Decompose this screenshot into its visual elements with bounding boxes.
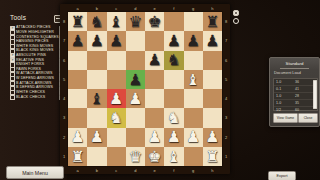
view-game-button[interactable]: View Game [273, 113, 298, 123]
square-h6[interactable] [203, 51, 222, 70]
document-load-dialog: Standard Document Load 1-0360-1411-0281-… [269, 57, 320, 127]
coord-label: 4 [60, 89, 68, 108]
coord-label: 8 [60, 12, 68, 31]
file-labels-bottom: abcdefgh [68, 166, 222, 174]
square-h2[interactable]: ♟ [203, 128, 222, 147]
piece-black-n: ♞ [167, 52, 181, 68]
piece-white-p: ♟ [186, 129, 200, 145]
square-c4[interactable]: ♟ [107, 89, 126, 108]
close-button[interactable]: Close [298, 113, 318, 123]
piece-white-p: ♟ [90, 129, 104, 145]
square-d7[interactable] [126, 31, 145, 50]
piece-black-p: ♟ [167, 33, 181, 49]
square-d3[interactable] [126, 108, 145, 127]
coord-label: g [184, 166, 203, 174]
square-a7[interactable]: ♟ [68, 31, 87, 50]
square-c5[interactable] [107, 70, 126, 89]
coord-label: 7 [60, 31, 68, 50]
square-b5[interactable] [87, 70, 106, 89]
piece-black-b: ♝ [90, 91, 104, 107]
piece-black-p: ♟ [148, 52, 162, 68]
square-c6[interactable] [107, 51, 126, 70]
square-g4[interactable] [184, 89, 203, 108]
item-result: 1-0 [276, 101, 281, 105]
piece-white-r: ♜ [71, 149, 85, 165]
square-b3[interactable] [87, 108, 106, 127]
item-result: 1-0 [276, 80, 281, 84]
square-c8[interactable]: ♝ [107, 12, 126, 31]
square-c3[interactable]: ♞ [107, 108, 126, 127]
square-g7[interactable]: ♟ [184, 31, 203, 50]
piece-white-q: ♛ [128, 149, 142, 165]
square-e5[interactable] [145, 70, 164, 89]
item-result: 1-0 [276, 94, 281, 98]
game-list-item-3[interactable]: 1-028 [274, 93, 317, 100]
tools-header: Tools [9, 14, 65, 24]
square-g3[interactable] [184, 108, 203, 127]
item-result: 1/2 [276, 108, 281, 112]
rank-labels-right: 87654321 [222, 12, 230, 166]
square-d1[interactable]: ♛ [126, 147, 145, 166]
square-d2[interactable] [126, 128, 145, 147]
square-f3[interactable]: ♞ [164, 108, 183, 127]
square-c7[interactable]: ♟ [107, 31, 126, 50]
piece-white-n: ♞ [109, 110, 123, 126]
coord-label: d [126, 4, 145, 12]
square-e4[interactable] [145, 89, 164, 108]
app-window: Tools ✕ATTACKED PIECESMOVE HIGHLIGHTERCO… [0, 0, 320, 180]
coord-label: 2 [222, 128, 230, 147]
game-list-item-1[interactable]: 1-036 [274, 79, 317, 86]
piece-black-p: ♟ [186, 33, 200, 49]
coord-label: b [87, 4, 106, 12]
piece-white-n: ♞ [167, 110, 181, 126]
coord-label: e [145, 166, 164, 174]
coord-label: 5 [222, 70, 230, 89]
square-a5[interactable] [68, 70, 87, 89]
square-h5[interactable] [203, 70, 222, 89]
rank-labels-left: 87654321 [60, 12, 68, 166]
piece-black-p: ♟ [109, 33, 123, 49]
square-a1[interactable]: ♜ [68, 147, 87, 166]
square-f6[interactable]: ♞ [164, 51, 183, 70]
item-moves: 36 [295, 80, 299, 84]
piece-white-k: ♚ [148, 149, 162, 165]
tool-toggle-list: ✕ATTACKED PIECESMOVE HIGHLIGHTERCONTESTE… [9, 25, 66, 99]
square-h3[interactable] [203, 108, 222, 127]
piece-white-p: ♟ [148, 129, 162, 145]
chess-board[interactable]: ♜♞♝♛♚♜♟♟♟♟♟♟♟♞♟♝♝♟♟♞♞♟♟♟♟♟♟♜♛♚♝♜ [68, 12, 222, 166]
square-e8[interactable]: ♚ [145, 12, 164, 31]
square-f1[interactable]: ♝ [164, 147, 183, 166]
dialog-divider [280, 68, 309, 69]
file-labels-top: abcdefgh [68, 4, 222, 12]
coord-label: b [87, 166, 106, 174]
camera-icon[interactable] [233, 10, 239, 16]
tools-title: Tools [10, 14, 26, 21]
square-d5[interactable]: ♟ [126, 70, 145, 89]
item-moves: 60 [295, 108, 299, 112]
coord-label: 8 [222, 12, 230, 31]
game-list-item-2[interactable]: 0-141 [274, 86, 317, 93]
square-d6[interactable] [126, 51, 145, 70]
square-f7[interactable]: ♟ [164, 31, 183, 50]
coord-label: g [184, 4, 203, 12]
dialog-title: Standard [270, 61, 319, 66]
square-f4[interactable] [164, 89, 183, 108]
square-f8[interactable] [164, 12, 183, 31]
square-g1[interactable] [184, 147, 203, 166]
game-list[interactable]: 1-0360-1411-0281-0351/260 [273, 78, 318, 111]
tool-black-checks[interactable]: BLACK CHECKS [9, 94, 66, 99]
square-b4[interactable]: ♝ [87, 89, 106, 108]
tools-panel: Tools ✕ATTACKED PIECESMOVE HIGHLIGHTERCO… [0, 0, 67, 180]
piece-black-p: ♟ [90, 33, 104, 49]
checkbox-black-checks[interactable] [10, 95, 15, 100]
coord-label: d [126, 166, 145, 174]
coord-label: f [164, 166, 183, 174]
scrollbar[interactable] [313, 80, 317, 110]
piece-black-r: ♜ [205, 14, 219, 30]
coord-label: a [68, 4, 87, 12]
square-e2[interactable]: ♟ [145, 128, 164, 147]
square-c2[interactable] [107, 128, 126, 147]
coord-label: 5 [60, 70, 68, 89]
square-d8[interactable]: ♛ [126, 12, 145, 31]
square-a6[interactable] [68, 51, 87, 70]
square-f5[interactable] [164, 70, 183, 89]
square-e6[interactable]: ♟ [145, 51, 164, 70]
square-b8[interactable]: ♞ [87, 12, 106, 31]
piece-black-n: ♞ [90, 14, 104, 30]
coord-label: 3 [222, 108, 230, 127]
piece-black-k: ♚ [148, 14, 162, 30]
coord-label: c [107, 4, 126, 12]
coord-label: 3 [60, 108, 68, 127]
piece-white-p: ♟ [205, 129, 219, 145]
piece-black-p: ♟ [205, 33, 219, 49]
square-a8[interactable]: ♜ [68, 12, 87, 31]
square-b1[interactable] [87, 147, 106, 166]
piece-black-p: ♟ [128, 72, 142, 88]
square-a2[interactable]: ♟ [68, 128, 87, 147]
piece-white-p: ♟ [128, 91, 142, 107]
coord-label: f [164, 4, 183, 12]
piece-white-p: ♟ [109, 91, 123, 107]
item-moves: 28 [295, 94, 299, 98]
coord-label: c [107, 166, 126, 174]
square-h7[interactable]: ♟ [203, 31, 222, 50]
piece-white-b: ♝ [186, 72, 200, 88]
item-moves: 41 [295, 87, 299, 91]
piece-white-p: ♟ [71, 129, 85, 145]
coord-label: a [68, 166, 87, 174]
square-e7[interactable] [145, 31, 164, 50]
flip-board-icon[interactable] [233, 18, 239, 24]
square-f2[interactable]: ♟ [164, 128, 183, 147]
dialog-subtitle: Document Load [274, 71, 301, 75]
square-e3[interactable] [145, 108, 164, 127]
main-menu-button[interactable]: Main Menu [6, 166, 64, 179]
square-h4[interactable] [203, 89, 222, 108]
square-g5[interactable]: ♝ [184, 70, 203, 89]
tool-label: BLACK CHECKS [16, 95, 45, 99]
coord-label: 2 [60, 128, 68, 147]
item-moves: 35 [295, 101, 299, 105]
square-b7[interactable]: ♟ [87, 31, 106, 50]
game-list-item-4[interactable]: 1-035 [274, 100, 317, 107]
square-b2[interactable]: ♟ [87, 128, 106, 147]
square-d4[interactable]: ♟ [126, 89, 145, 108]
piece-white-p: ♟ [167, 129, 181, 145]
square-a3[interactable] [68, 108, 87, 127]
coord-label: 4 [222, 89, 230, 108]
square-h1[interactable]: ♜ [203, 147, 222, 166]
piece-white-b: ♝ [167, 149, 181, 165]
coord-label: e [145, 4, 164, 12]
coord-label: 6 [222, 51, 230, 70]
square-g8[interactable] [184, 12, 203, 31]
coord-label: h [203, 4, 222, 12]
piece-white-r: ♜ [205, 149, 219, 165]
square-b6[interactable] [87, 51, 106, 70]
square-e1[interactable]: ♚ [145, 147, 164, 166]
export-button[interactable]: Export [268, 171, 296, 180]
square-c1[interactable] [107, 147, 126, 166]
square-h8[interactable]: ♜ [203, 12, 222, 31]
coord-label: 7 [222, 31, 230, 50]
piece-black-r: ♜ [71, 14, 85, 30]
piece-black-q: ♛ [128, 14, 142, 30]
coord-label: 6 [60, 51, 68, 70]
coord-label: 1 [222, 147, 230, 166]
item-result: 0-1 [276, 87, 281, 91]
piece-black-b: ♝ [109, 14, 123, 30]
piece-black-p: ♟ [71, 33, 85, 49]
square-g6[interactable] [184, 51, 203, 70]
coord-label: 1 [60, 147, 68, 166]
square-g2[interactable]: ♟ [184, 128, 203, 147]
coord-label: h [203, 166, 222, 174]
square-a4[interactable] [68, 89, 87, 108]
